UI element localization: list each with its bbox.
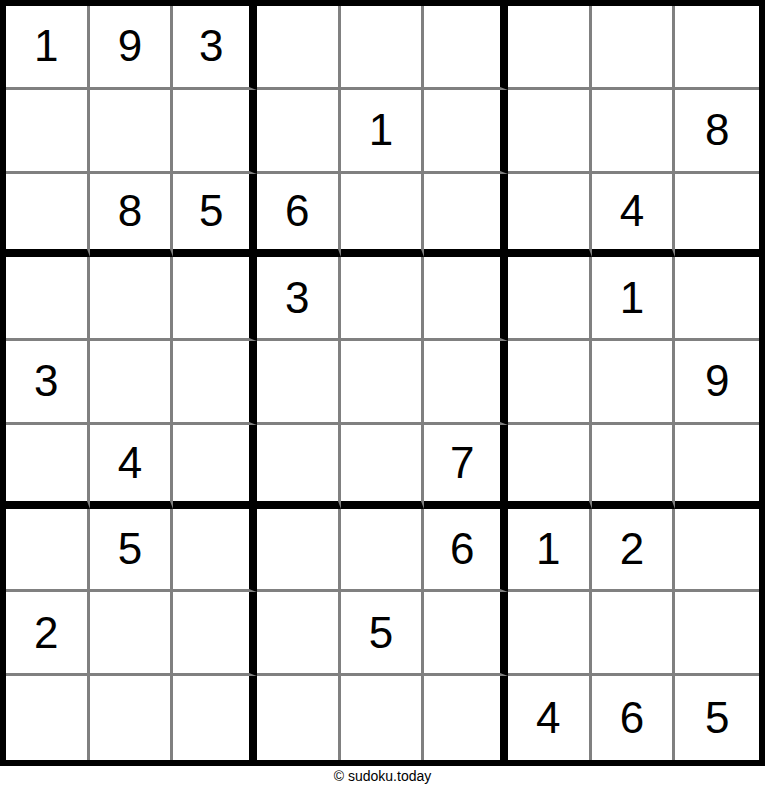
cell-r5c8[interactable] (592, 341, 676, 425)
cell-r2c6[interactable] (424, 90, 508, 174)
cell-r2c5: 1 (341, 90, 425, 174)
cell-r2c3[interactable] (173, 90, 257, 174)
cell-r7c1[interactable] (6, 509, 90, 593)
cell-r3c1[interactable] (6, 174, 90, 258)
cell-r3c3: 5 (173, 174, 257, 258)
cell-r6c5[interactable] (341, 425, 425, 509)
cell-r7c8: 2 (592, 509, 676, 593)
cell-r1c4[interactable] (257, 6, 341, 90)
cell-r8c3[interactable] (173, 592, 257, 676)
cell-r2c1[interactable] (6, 90, 90, 174)
cell-r2c9: 8 (675, 90, 759, 174)
cell-r3c9[interactable] (675, 174, 759, 258)
cell-r6c7[interactable] (508, 425, 592, 509)
cell-r7c9[interactable] (675, 509, 759, 593)
cell-r8c4[interactable] (257, 592, 341, 676)
cell-r3c8: 4 (592, 174, 676, 258)
cell-r5c6[interactable] (424, 341, 508, 425)
cell-r4c7[interactable] (508, 257, 592, 341)
cell-r4c2[interactable] (90, 257, 174, 341)
cell-r1c3: 3 (173, 6, 257, 90)
sudoku-board: 193188564313947561225465 (0, 0, 765, 766)
cell-r3c6[interactable] (424, 174, 508, 258)
cell-r5c7[interactable] (508, 341, 592, 425)
sudoku-page: 193188564313947561225465 © sudoku.today (0, 0, 765, 785)
cell-r6c6: 7 (424, 425, 508, 509)
cell-r8c7[interactable] (508, 592, 592, 676)
cell-r4c3[interactable] (173, 257, 257, 341)
cell-r5c3[interactable] (173, 341, 257, 425)
cell-r3c2: 8 (90, 174, 174, 258)
cell-r6c2: 4 (90, 425, 174, 509)
cell-r3c5[interactable] (341, 174, 425, 258)
cell-r7c2: 5 (90, 509, 174, 593)
cell-r1c7[interactable] (508, 6, 592, 90)
cell-r4c4: 3 (257, 257, 341, 341)
cell-r9c3[interactable] (173, 676, 257, 760)
cell-r7c5[interactable] (341, 509, 425, 593)
cell-r2c8[interactable] (592, 90, 676, 174)
cell-r4c8: 1 (592, 257, 676, 341)
cell-r1c1: 1 (6, 6, 90, 90)
cell-r4c9[interactable] (675, 257, 759, 341)
cell-r9c8: 6 (592, 676, 676, 760)
cell-r4c5[interactable] (341, 257, 425, 341)
cell-r9c1[interactable] (6, 676, 90, 760)
cell-r7c4[interactable] (257, 509, 341, 593)
cell-r8c2[interactable] (90, 592, 174, 676)
cell-r9c6[interactable] (424, 676, 508, 760)
cell-r2c2[interactable] (90, 90, 174, 174)
cell-r9c2[interactable] (90, 676, 174, 760)
cell-r2c4[interactable] (257, 90, 341, 174)
cell-r4c6[interactable] (424, 257, 508, 341)
cell-r3c4: 6 (257, 174, 341, 258)
cell-r1c6[interactable] (424, 6, 508, 90)
cell-r8c9[interactable] (675, 592, 759, 676)
cell-r1c8[interactable] (592, 6, 676, 90)
cell-r5c2[interactable] (90, 341, 174, 425)
cell-r2c7[interactable] (508, 90, 592, 174)
cell-r4c1[interactable] (6, 257, 90, 341)
cell-r8c1: 2 (6, 592, 90, 676)
cell-r7c7: 1 (508, 509, 592, 593)
cell-r9c4[interactable] (257, 676, 341, 760)
cell-r5c5[interactable] (341, 341, 425, 425)
cell-r8c5: 5 (341, 592, 425, 676)
cell-r6c8[interactable] (592, 425, 676, 509)
cell-r5c9: 9 (675, 341, 759, 425)
cell-r6c4[interactable] (257, 425, 341, 509)
cell-r7c6: 6 (424, 509, 508, 593)
cell-r1c5[interactable] (341, 6, 425, 90)
cell-r8c6[interactable] (424, 592, 508, 676)
cell-r9c7: 4 (508, 676, 592, 760)
cell-r6c1[interactable] (6, 425, 90, 509)
cell-r7c3[interactable] (173, 509, 257, 593)
cell-r3c7[interactable] (508, 174, 592, 258)
cell-r5c4[interactable] (257, 341, 341, 425)
copyright-text: © sudoku.today (334, 768, 432, 784)
cell-r8c8[interactable] (592, 592, 676, 676)
cell-r9c5[interactable] (341, 676, 425, 760)
cell-r6c9[interactable] (675, 425, 759, 509)
footer: © sudoku.today (0, 766, 765, 785)
cell-r5c1: 3 (6, 341, 90, 425)
cell-r1c9[interactable] (675, 6, 759, 90)
cell-r9c9: 5 (675, 676, 759, 760)
cell-r6c3[interactable] (173, 425, 257, 509)
cell-r1c2: 9 (90, 6, 174, 90)
